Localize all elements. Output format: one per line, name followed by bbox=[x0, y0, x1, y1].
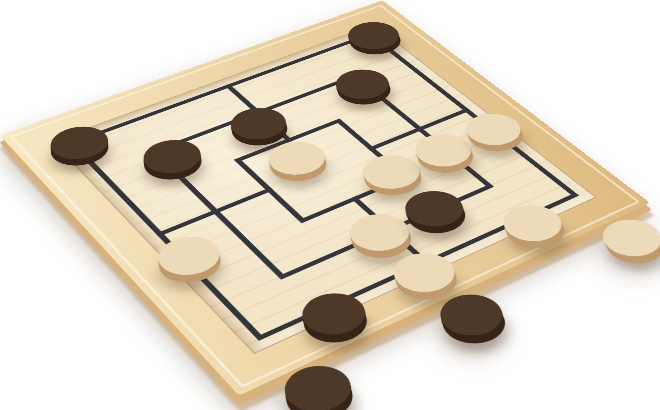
board-points-grid: ●●●●●●●●●●●●●●●●●● bbox=[31, 15, 618, 370]
board-shadow-wrap: ●●●●●●●●●●●●●●●●●● bbox=[0, 0, 660, 410]
photo-background: ●●●●●●●●●●●●●●●●●● bbox=[0, 0, 660, 410]
morris-board-frame: ●●●●●●●●●●●●●●●●●● bbox=[0, 0, 650, 395]
